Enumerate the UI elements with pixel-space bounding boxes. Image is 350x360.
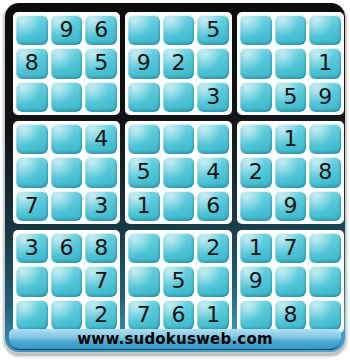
cell-r3c7[interactable] [240, 82, 272, 112]
cell-r3c3[interactable] [85, 82, 117, 112]
cell-r3c1[interactable] [16, 82, 48, 112]
cell-r7c2[interactable]: 6 [51, 233, 83, 263]
cell-r1c5[interactable] [163, 15, 195, 45]
cell-r4c1[interactable] [16, 124, 48, 154]
cell-r1c6[interactable]: 5 [197, 15, 229, 45]
cell-r4c3[interactable]: 4 [85, 124, 117, 154]
cell-r1c4[interactable] [128, 15, 160, 45]
cell-r3c6[interactable]: 3 [197, 82, 229, 112]
cell-r9c3[interactable]: 2 [85, 300, 117, 330]
cell-r5c2[interactable] [51, 157, 83, 187]
cell-r2c6[interactable] [197, 48, 229, 78]
cell-r9c1[interactable] [16, 300, 48, 330]
cell-r3c9[interactable]: 9 [309, 82, 341, 112]
cell-r7c5[interactable] [163, 233, 195, 263]
cell-r8c2[interactable] [51, 266, 83, 296]
sudoku-board-frame: 9685 5923 159 473 5416 1289 36872 25761 … [5, 3, 345, 352]
cell-r8c6[interactable] [197, 266, 229, 296]
cell-r7c3[interactable]: 8 [85, 233, 117, 263]
footer-band: www.sudokusweb.com [9, 329, 341, 350]
box-r3c3: 1798 [237, 230, 344, 333]
box-r3c1: 36872 [13, 230, 120, 333]
cell-r7c1[interactable]: 3 [16, 233, 48, 263]
cell-r1c7[interactable] [240, 15, 272, 45]
cell-r9c9[interactable] [309, 300, 341, 330]
cell-r5c1[interactable] [16, 157, 48, 187]
cell-r8c9[interactable] [309, 266, 341, 296]
cell-r2c9[interactable]: 1 [309, 48, 341, 78]
cell-r5c8[interactable] [275, 157, 307, 187]
box-r3c2: 25761 [125, 230, 232, 333]
cell-r5c9[interactable]: 8 [309, 157, 341, 187]
cell-r9c4[interactable]: 7 [128, 300, 160, 330]
cell-r5c6[interactable]: 4 [197, 157, 229, 187]
cell-r6c2[interactable] [51, 191, 83, 221]
cell-r6c9[interactable] [309, 191, 341, 221]
cell-r8c3[interactable]: 7 [85, 266, 117, 296]
cell-r5c7[interactable]: 2 [240, 157, 272, 187]
cell-r8c4[interactable] [128, 266, 160, 296]
cell-r7c7[interactable]: 1 [240, 233, 272, 263]
cell-r3c4[interactable] [128, 82, 160, 112]
sudoku-grid: 9685 5923 159 473 5416 1289 36872 25761 … [13, 12, 344, 333]
cell-r2c8[interactable] [275, 48, 307, 78]
cell-r6c5[interactable] [163, 191, 195, 221]
cell-r2c4[interactable]: 9 [128, 48, 160, 78]
cell-r3c5[interactable] [163, 82, 195, 112]
cell-r4c5[interactable] [163, 124, 195, 154]
cell-r6c7[interactable] [240, 191, 272, 221]
cell-r8c8[interactable] [275, 266, 307, 296]
cell-r7c8[interactable]: 7 [275, 233, 307, 263]
cell-r9c8[interactable]: 8 [275, 300, 307, 330]
box-r2c3: 1289 [237, 121, 344, 224]
box-r2c1: 473 [13, 121, 120, 224]
cell-r5c3[interactable] [85, 157, 117, 187]
cell-r9c6[interactable]: 1 [197, 300, 229, 330]
cell-r2c3[interactable]: 5 [85, 48, 117, 78]
cell-r6c3[interactable]: 3 [85, 191, 117, 221]
cell-r2c7[interactable] [240, 48, 272, 78]
cell-r7c6[interactable]: 2 [197, 233, 229, 263]
cell-r9c7[interactable] [240, 300, 272, 330]
cell-r1c9[interactable] [309, 15, 341, 45]
cell-r6c1[interactable]: 7 [16, 191, 48, 221]
cell-r8c1[interactable] [16, 266, 48, 296]
cell-r5c4[interactable]: 5 [128, 157, 160, 187]
box-r2c2: 5416 [125, 121, 232, 224]
cell-r4c8[interactable]: 1 [275, 124, 307, 154]
cell-r4c4[interactable] [128, 124, 160, 154]
box-r1c3: 159 [237, 12, 344, 115]
cell-r8c5[interactable]: 5 [163, 266, 195, 296]
cell-r9c2[interactable] [51, 300, 83, 330]
cell-r6c6[interactable]: 6 [197, 191, 229, 221]
cell-r7c4[interactable] [128, 233, 160, 263]
cell-r7c9[interactable] [309, 233, 341, 263]
cell-r1c1[interactable] [16, 15, 48, 45]
cell-r6c4[interactable]: 1 [128, 191, 160, 221]
cell-r3c8[interactable]: 5 [275, 82, 307, 112]
sudoku-widget: 9685 5923 159 473 5416 1289 36872 25761 … [0, 0, 350, 360]
cell-r1c2[interactable]: 9 [51, 15, 83, 45]
box-r1c1: 9685 [13, 12, 120, 115]
cell-r4c2[interactable] [51, 124, 83, 154]
cell-r1c3[interactable]: 6 [85, 15, 117, 45]
cell-r5c5[interactable] [163, 157, 195, 187]
cell-r3c2[interactable] [51, 82, 83, 112]
box-r1c2: 5923 [125, 12, 232, 115]
cell-r6c8[interactable]: 9 [275, 191, 307, 221]
cell-r9c5[interactable]: 6 [163, 300, 195, 330]
cell-r2c5[interactable]: 2 [163, 48, 195, 78]
site-url-text: www.sudokusweb.com [77, 330, 272, 348]
cell-r8c7[interactable]: 9 [240, 266, 272, 296]
cell-r4c9[interactable] [309, 124, 341, 154]
cell-r4c7[interactable] [240, 124, 272, 154]
cell-r2c1[interactable]: 8 [16, 48, 48, 78]
cell-r4c6[interactable] [197, 124, 229, 154]
cell-r1c8[interactable] [275, 15, 307, 45]
cell-r2c2[interactable] [51, 48, 83, 78]
